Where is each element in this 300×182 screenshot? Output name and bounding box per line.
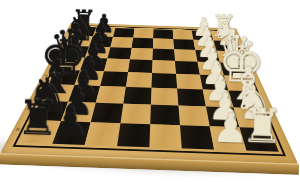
board-front-edge <box>0 153 299 175</box>
square-d3[interactable] <box>175 61 200 75</box>
square-d4[interactable] <box>152 60 176 74</box>
bamboo-chess-set-photo: ♜♟♟♜♞♟♟♞♝♟♟♝♛♟♟♛♚♟♟♚♝♟♟♝♞♟♟♞♜♟♟♜ ABCDEFG… <box>0 0 300 182</box>
piece-white-pawn[interactable]: ♟ <box>211 108 249 148</box>
square-e3[interactable] <box>176 74 203 90</box>
square-d6[interactable] <box>104 59 130 73</box>
square-g4[interactable] <box>150 105 180 126</box>
square-c3[interactable] <box>174 49 197 61</box>
square-c5[interactable] <box>130 48 153 60</box>
square-g3[interactable] <box>178 106 209 127</box>
board-frame: ♜♟♟♜♞♟♟♞♝♟♟♝♛♟♟♛♚♟♟♚♝♟♟♝♞♟♟♞♜♟♟♜ <box>12 25 286 156</box>
chess-board-3d-wrapper: ♜♟♟♜♞♟♟♞♝♟♟♝♛♟♟♛♚♟♟♚♝♟♟♝♞♟♟♞♜♟♟♜ ABCDEFG… <box>0 23 298 164</box>
square-h7[interactable]: ♟ <box>52 121 90 145</box>
square-c4[interactable] <box>152 49 175 61</box>
square-b5[interactable] <box>132 38 154 49</box>
square-f6[interactable] <box>96 86 126 104</box>
square-g5[interactable] <box>120 104 150 125</box>
square-d5[interactable] <box>128 59 152 73</box>
square-h3[interactable] <box>180 125 214 149</box>
board-squares-grid: ♜♟♟♜♞♟♟♞♝♟♟♝♛♟♟♛♚♟♟♚♝♟♟♝♞♟♟♞♜♟♟♜ <box>20 27 279 152</box>
square-e5[interactable] <box>126 72 152 88</box>
square-f5[interactable] <box>123 87 151 105</box>
square-e6[interactable] <box>100 71 128 86</box>
square-h4[interactable] <box>149 124 181 148</box>
square-c6[interactable] <box>107 47 131 59</box>
piece-black-pawn[interactable]: ♟ <box>51 103 89 143</box>
square-h2[interactable]: ♟ <box>210 126 247 150</box>
chess-board: ♜♟♟♜♞♟♟♞♝♟♟♝♛♟♟♛♚♟♟♚♝♟♟♝♞♟♟♞♜♟♟♜ ABCDEFG… <box>0 23 298 164</box>
square-e4[interactable] <box>151 73 177 89</box>
square-g6[interactable] <box>91 103 124 123</box>
square-h6[interactable] <box>85 122 121 146</box>
square-h5[interactable] <box>117 123 150 147</box>
square-f4[interactable] <box>151 88 179 106</box>
square-f3[interactable] <box>177 89 206 107</box>
square-b3[interactable] <box>173 39 195 50</box>
square-b6[interactable] <box>110 37 133 48</box>
square-b4[interactable] <box>153 38 174 49</box>
